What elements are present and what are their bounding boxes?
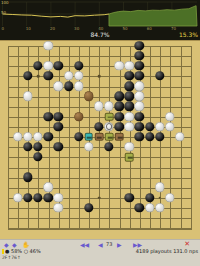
board-cell[interactable] — [134, 122, 144, 132]
board-cell[interactable] — [53, 41, 63, 51]
board-cell[interactable] — [114, 142, 124, 152]
board-cell[interactable] — [63, 182, 73, 192]
board-cell[interactable] — [3, 142, 13, 152]
board-cell[interactable] — [134, 101, 144, 111]
board-cell[interactable] — [33, 61, 43, 71]
board-cell[interactable] — [155, 152, 165, 162]
board-cell[interactable] — [74, 91, 84, 101]
board-cell[interactable] — [145, 122, 155, 132]
board-cell[interactable] — [134, 91, 144, 101]
board-cell[interactable] — [13, 192, 23, 202]
board-cell[interactable] — [84, 192, 94, 202]
board-cell[interactable] — [175, 152, 185, 162]
board-cell[interactable] — [114, 192, 124, 202]
board-cell[interactable] — [84, 61, 94, 71]
board-cell[interactable] — [175, 162, 185, 172]
board-cell[interactable] — [104, 132, 114, 142]
board-cell[interactable] — [3, 61, 13, 71]
board-cell[interactable] — [165, 192, 175, 202]
board-cell[interactable] — [134, 51, 144, 61]
board-cell[interactable] — [134, 132, 144, 142]
board-cell[interactable] — [74, 223, 84, 233]
board-cell[interactable] — [175, 71, 185, 81]
board-cell[interactable] — [175, 223, 185, 233]
board-cell[interactable] — [145, 111, 155, 121]
board-cell[interactable] — [33, 81, 43, 91]
board-cell[interactable] — [94, 81, 104, 91]
board-cell[interactable] — [114, 122, 124, 132]
board-cell[interactable] — [155, 101, 165, 111]
board-cell[interactable] — [155, 81, 165, 91]
next-move-button[interactable]: ▶ — [117, 241, 122, 248]
board-cell[interactable] — [84, 41, 94, 51]
board-cell[interactable] — [145, 101, 155, 111]
board-cell[interactable] — [23, 91, 33, 101]
board-cell[interactable] — [33, 51, 43, 61]
board-cell[interactable] — [185, 223, 195, 233]
board-cell[interactable] — [124, 81, 134, 91]
board-cell[interactable] — [3, 51, 13, 61]
board-cell[interactable] — [23, 71, 33, 81]
board-cell[interactable] — [33, 182, 43, 192]
board-cell[interactable] — [104, 41, 114, 51]
board-cell[interactable] — [155, 41, 165, 51]
board-cell[interactable] — [134, 142, 144, 152]
board-cell[interactable] — [165, 111, 175, 121]
board-cell[interactable] — [114, 51, 124, 61]
board-cell[interactable] — [3, 213, 13, 223]
board-cell[interactable] — [43, 223, 53, 233]
board-cell[interactable] — [63, 91, 73, 101]
board-cell[interactable] — [104, 172, 114, 182]
board-cell[interactable] — [33, 192, 43, 202]
board-cell[interactable] — [185, 122, 195, 132]
board-cell[interactable] — [155, 71, 165, 81]
board-cell[interactable] — [53, 61, 63, 71]
board-cell[interactable] — [134, 182, 144, 192]
board-cell[interactable] — [13, 111, 23, 121]
board-cell[interactable] — [63, 213, 73, 223]
board-cell[interactable] — [74, 162, 84, 172]
board-cell[interactable] — [124, 203, 134, 213]
board-cell[interactable] — [84, 213, 94, 223]
board-cell[interactable] — [185, 51, 195, 61]
board-cell[interactable] — [3, 122, 13, 132]
board-cell[interactable] — [33, 223, 43, 233]
board-cell[interactable] — [23, 182, 33, 192]
board-cell[interactable] — [74, 61, 84, 71]
board-cell[interactable] — [63, 61, 73, 71]
board-cell[interactable] — [155, 51, 165, 61]
board-cell[interactable] — [43, 172, 53, 182]
board-cell[interactable] — [145, 81, 155, 91]
board-cell[interactable] — [3, 203, 13, 213]
board-cell[interactable] — [13, 142, 23, 152]
board-cell[interactable] — [94, 192, 104, 202]
board-cell[interactable] — [165, 132, 175, 142]
board-cell[interactable] — [165, 61, 175, 71]
board-cell[interactable] — [74, 71, 84, 81]
board-cell[interactable] — [13, 81, 23, 91]
board-cell[interactable] — [43, 122, 53, 132]
board-cell[interactable] — [43, 213, 53, 223]
board-cell[interactable] — [53, 91, 63, 101]
board-cell[interactable] — [155, 61, 165, 71]
board-cell[interactable] — [63, 172, 73, 182]
board-cell[interactable] — [63, 203, 73, 213]
board-cell[interactable] — [53, 51, 63, 61]
board-cell[interactable] — [185, 142, 195, 152]
board-cell[interactable] — [165, 122, 175, 132]
board-cell[interactable] — [134, 162, 144, 172]
board-cell[interactable] — [33, 213, 43, 223]
board-cell[interactable] — [114, 162, 124, 172]
board-cell[interactable] — [155, 223, 165, 233]
board-cell[interactable] — [94, 91, 104, 101]
board-cell[interactable] — [185, 203, 195, 213]
board-cell[interactable] — [175, 132, 185, 142]
board-cell[interactable] — [104, 182, 114, 192]
board-cell[interactable] — [3, 162, 13, 172]
board-cell[interactable] — [84, 122, 94, 132]
board-cell[interactable] — [155, 132, 165, 142]
board-cell[interactable] — [185, 152, 195, 162]
board-cell[interactable] — [94, 213, 104, 223]
go-to-end-button[interactable]: ▶▶ — [133, 241, 142, 248]
board-cell[interactable] — [155, 192, 165, 202]
board-cell[interactable] — [13, 223, 23, 233]
board-cell[interactable] — [94, 203, 104, 213]
board-cell[interactable] — [33, 122, 43, 132]
board-cell[interactable] — [134, 71, 144, 81]
board-cell[interactable] — [43, 142, 53, 152]
board-cell[interactable] — [134, 203, 144, 213]
board-cell[interactable] — [94, 51, 104, 61]
board-cell[interactable] — [13, 203, 23, 213]
board-cell[interactable] — [145, 61, 155, 71]
board-cell[interactable] — [23, 51, 33, 61]
board-cell[interactable] — [23, 122, 33, 132]
board-cell[interactable] — [104, 223, 114, 233]
board-cell[interactable] — [3, 81, 13, 91]
board-cell[interactable] — [165, 51, 175, 61]
board-cell[interactable] — [165, 81, 175, 91]
board-cell[interactable] — [63, 122, 73, 132]
board-cell[interactable] — [145, 152, 155, 162]
board-cell[interactable] — [43, 71, 53, 81]
board-cell[interactable] — [185, 132, 195, 142]
board-cell[interactable] — [155, 172, 165, 182]
board-cell[interactable] — [114, 172, 124, 182]
board-cell[interactable] — [74, 152, 84, 162]
board-cell[interactable] — [185, 111, 195, 121]
board-cell[interactable] — [104, 51, 114, 61]
board-cell[interactable] — [13, 172, 23, 182]
board-cell[interactable] — [33, 132, 43, 142]
board-cell[interactable] — [134, 152, 144, 162]
board-cell[interactable] — [155, 122, 165, 132]
board-cell[interactable] — [124, 182, 134, 192]
board-cell[interactable] — [114, 152, 124, 162]
board-cell[interactable] — [13, 91, 23, 101]
board-cell[interactable] — [63, 162, 73, 172]
board-cell[interactable] — [155, 213, 165, 223]
board-cell[interactable] — [185, 61, 195, 71]
board-cell[interactable] — [155, 91, 165, 101]
board-cell[interactable] — [43, 51, 53, 61]
board-cell[interactable] — [104, 152, 114, 162]
board-cell[interactable] — [53, 182, 63, 192]
board-cell[interactable] — [175, 91, 185, 101]
board-cell[interactable] — [33, 142, 43, 152]
board-cell[interactable] — [23, 203, 33, 213]
board-cell[interactable] — [94, 223, 104, 233]
board-cell[interactable] — [124, 122, 134, 132]
board-cell[interactable] — [13, 61, 23, 71]
board-cell[interactable] — [53, 101, 63, 111]
board-cell[interactable] — [74, 203, 84, 213]
board-cell[interactable] — [104, 101, 114, 111]
board-cell[interactable] — [145, 223, 155, 233]
board-cell[interactable] — [84, 162, 94, 172]
board-cell[interactable] — [23, 172, 33, 182]
board-cell[interactable] — [165, 71, 175, 81]
board-cell[interactable] — [145, 91, 155, 101]
board-cell[interactable] — [63, 223, 73, 233]
board-cell[interactable] — [74, 122, 84, 132]
board-cell[interactable] — [43, 101, 53, 111]
board-cell[interactable] — [145, 172, 155, 182]
board-cell[interactable] — [104, 71, 114, 81]
board-cell[interactable] — [23, 142, 33, 152]
board-cell[interactable] — [33, 41, 43, 51]
board-cell[interactable] — [74, 182, 84, 192]
board-cell[interactable] — [124, 111, 134, 121]
board-cell[interactable] — [53, 111, 63, 121]
board-cell[interactable] — [84, 182, 94, 192]
board-cell[interactable] — [63, 101, 73, 111]
board-cell[interactable] — [3, 182, 13, 192]
board-cell[interactable] — [175, 182, 185, 192]
board-cell[interactable] — [84, 223, 94, 233]
board-cell[interactable] — [43, 192, 53, 202]
board-cell[interactable] — [175, 111, 185, 121]
board-cell[interactable] — [3, 101, 13, 111]
board-cell[interactable] — [104, 142, 114, 152]
board-cell[interactable] — [165, 142, 175, 152]
board-cell[interactable] — [124, 162, 134, 172]
board-cell[interactable] — [134, 61, 144, 71]
board-cell[interactable] — [33, 101, 43, 111]
board-cell[interactable] — [185, 192, 195, 202]
board-cell[interactable] — [13, 132, 23, 142]
board-cell[interactable] — [74, 51, 84, 61]
board-cell[interactable] — [53, 132, 63, 142]
board-cell[interactable] — [185, 172, 195, 182]
board-cell[interactable] — [124, 213, 134, 223]
board-cell[interactable] — [104, 162, 114, 172]
board-cell[interactable] — [13, 41, 23, 51]
board-cell[interactable] — [74, 172, 84, 182]
board-cell[interactable] — [165, 101, 175, 111]
board-cell[interactable] — [124, 51, 134, 61]
board-cell[interactable] — [175, 51, 185, 61]
board-cell[interactable] — [165, 223, 175, 233]
board-cell[interactable] — [185, 71, 195, 81]
go-board[interactable] — [0, 40, 200, 240]
board-cell[interactable] — [94, 132, 104, 142]
board-cell[interactable] — [145, 213, 155, 223]
board-cell[interactable] — [145, 51, 155, 61]
board-cell[interactable] — [63, 41, 73, 51]
board-cell[interactable] — [3, 223, 13, 233]
board-cell[interactable] — [13, 122, 23, 132]
board-cell[interactable] — [63, 111, 73, 121]
board-cell[interactable] — [74, 111, 84, 121]
board-cell[interactable] — [13, 101, 23, 111]
board-cell[interactable] — [43, 111, 53, 121]
board-cell[interactable] — [134, 41, 144, 51]
board-cell[interactable] — [165, 162, 175, 172]
board-cell[interactable] — [63, 192, 73, 202]
board-cell[interactable] — [134, 111, 144, 121]
board-cell[interactable] — [145, 71, 155, 81]
board-cell[interactable] — [3, 41, 13, 51]
board-cell[interactable] — [185, 162, 195, 172]
board-cell[interactable] — [124, 41, 134, 51]
board-cell[interactable] — [43, 41, 53, 51]
board-cell[interactable] — [165, 152, 175, 162]
board-cell[interactable] — [94, 162, 104, 172]
board-cell[interactable] — [185, 182, 195, 192]
board-cell[interactable] — [175, 122, 185, 132]
board-cell[interactable] — [114, 41, 124, 51]
board-cell[interactable] — [145, 142, 155, 152]
board-cell[interactable] — [63, 81, 73, 91]
board-cell[interactable] — [23, 162, 33, 172]
board-cell[interactable] — [33, 111, 43, 121]
board-cell[interactable] — [185, 101, 195, 111]
board-cell[interactable] — [53, 223, 63, 233]
board-cell[interactable] — [13, 51, 23, 61]
board-cell[interactable] — [104, 122, 114, 132]
board-cell[interactable] — [43, 91, 53, 101]
board-cell[interactable] — [53, 142, 63, 152]
board-cell[interactable] — [104, 91, 114, 101]
board-cell[interactable] — [124, 91, 134, 101]
board-cell[interactable] — [104, 213, 114, 223]
board-cell[interactable] — [84, 51, 94, 61]
board-cell[interactable] — [165, 213, 175, 223]
board-cell[interactable] — [43, 162, 53, 172]
board-cell[interactable] — [84, 152, 94, 162]
board-cell[interactable] — [165, 182, 175, 192]
tool-icon-1[interactable]: ◆ — [4, 241, 9, 248]
board-cell[interactable] — [165, 41, 175, 51]
board-cell[interactable] — [155, 182, 165, 192]
board-cell[interactable] — [74, 142, 84, 152]
board-cell[interactable] — [145, 41, 155, 51]
board-cell[interactable] — [33, 91, 43, 101]
board-cell[interactable] — [104, 111, 114, 121]
board-cell[interactable] — [145, 192, 155, 202]
board-cell[interactable] — [114, 213, 124, 223]
board-cell[interactable] — [74, 81, 84, 91]
board-cell[interactable] — [124, 71, 134, 81]
board-cell[interactable] — [33, 172, 43, 182]
board-cell[interactable] — [104, 192, 114, 202]
board-cell[interactable] — [114, 71, 124, 81]
board-cell[interactable] — [43, 81, 53, 91]
board-cell[interactable] — [94, 172, 104, 182]
board-cell[interactable] — [3, 91, 13, 101]
board-cell[interactable] — [94, 152, 104, 162]
board-cell[interactable] — [3, 71, 13, 81]
board-cell[interactable] — [84, 111, 94, 121]
board-cell[interactable] — [94, 41, 104, 51]
board-cell[interactable] — [94, 122, 104, 132]
board-cell[interactable] — [165, 172, 175, 182]
board-cell[interactable] — [23, 41, 33, 51]
board-cell[interactable] — [74, 192, 84, 202]
board-cell[interactable] — [114, 61, 124, 71]
board-cell[interactable] — [84, 172, 94, 182]
board-cell[interactable] — [185, 91, 195, 101]
board-cell[interactable] — [104, 81, 114, 91]
board-cell[interactable] — [175, 41, 185, 51]
board-cell[interactable] — [124, 192, 134, 202]
board-cell[interactable] — [145, 132, 155, 142]
board-cell[interactable] — [114, 101, 124, 111]
board-cell[interactable] — [74, 213, 84, 223]
board-cell[interactable] — [63, 152, 73, 162]
board-cell[interactable] — [114, 132, 124, 142]
board-cell[interactable] — [3, 192, 13, 202]
board-cell[interactable] — [84, 81, 94, 91]
board-cell[interactable] — [23, 101, 33, 111]
board-cell[interactable] — [175, 61, 185, 71]
board-cell[interactable] — [74, 101, 84, 111]
board-cell[interactable] — [63, 142, 73, 152]
board-cell[interactable] — [165, 203, 175, 213]
board-cell[interactable] — [74, 41, 84, 51]
board-cell[interactable] — [175, 213, 185, 223]
board-cell[interactable] — [114, 91, 124, 101]
board-cell[interactable] — [124, 172, 134, 182]
board-cell[interactable] — [114, 203, 124, 213]
board-cell[interactable] — [53, 213, 63, 223]
board-cell[interactable] — [3, 172, 13, 182]
board-cell[interactable] — [94, 61, 104, 71]
board-cell[interactable] — [134, 192, 144, 202]
board-cell[interactable] — [3, 132, 13, 142]
board-cell[interactable] — [23, 111, 33, 121]
board-cell[interactable] — [43, 152, 53, 162]
board-cell[interactable] — [23, 192, 33, 202]
board-cell[interactable] — [53, 71, 63, 81]
board-cell[interactable] — [84, 91, 94, 101]
board-cell[interactable] — [23, 213, 33, 223]
board-cell[interactable] — [94, 101, 104, 111]
board-cell[interactable] — [33, 162, 43, 172]
board-cell[interactable] — [175, 101, 185, 111]
board-cell[interactable] — [43, 203, 53, 213]
go-to-start-button[interactable]: ◀◀ — [80, 241, 89, 248]
board-cell[interactable] — [134, 172, 144, 182]
board-cell[interactable] — [53, 172, 63, 182]
board-cell[interactable] — [13, 213, 23, 223]
board-cell[interactable] — [114, 111, 124, 121]
